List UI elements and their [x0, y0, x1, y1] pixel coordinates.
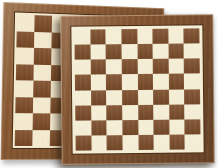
square-b6 [33, 48, 50, 65]
square-e8 [137, 29, 153, 44]
square-b4 [33, 81, 50, 98]
square-a5 [16, 64, 34, 81]
square-h5 [184, 74, 200, 89]
square-a7 [16, 31, 34, 48]
square-g8 [168, 29, 184, 44]
square-b5 [90, 75, 106, 90]
square-d1 [122, 135, 138, 150]
square-d5 [122, 74, 138, 89]
square-c6 [106, 59, 122, 74]
square-d3 [122, 105, 138, 120]
square-b1 [91, 135, 107, 150]
square-a5 [75, 75, 91, 90]
square-g3 [169, 104, 185, 119]
square-a6 [75, 60, 91, 75]
square-a8 [17, 15, 35, 32]
square-a1 [15, 130, 33, 146]
square-d7 [121, 44, 137, 59]
square-b8 [34, 15, 51, 32]
square-b3 [91, 105, 107, 120]
square-a1 [75, 135, 91, 150]
square-e5 [137, 74, 153, 89]
square-f3 [153, 104, 169, 119]
front-board-grid [74, 28, 200, 150]
square-b1 [32, 130, 49, 146]
square-a3 [75, 105, 91, 120]
square-c7 [106, 44, 122, 59]
square-a2 [75, 120, 91, 135]
square-f1 [154, 135, 170, 150]
square-b7 [90, 44, 106, 59]
square-b8 [90, 29, 106, 44]
square-b7 [34, 31, 51, 48]
square-b5 [33, 64, 50, 81]
square-h7 [184, 43, 200, 58]
square-h4 [184, 89, 200, 104]
square-b3 [33, 97, 50, 114]
square-e6 [137, 59, 153, 74]
square-b2 [32, 113, 49, 129]
square-h1 [185, 134, 201, 149]
square-h8 [184, 28, 200, 43]
front-chess-board [60, 14, 215, 165]
square-b2 [91, 120, 107, 135]
front-board-margin [70, 24, 204, 154]
square-g5 [169, 74, 185, 89]
chess-boards-product-photo [0, 0, 218, 168]
square-e3 [138, 104, 154, 119]
square-f7 [153, 44, 169, 59]
square-f4 [153, 89, 169, 104]
square-e4 [138, 89, 154, 104]
square-f8 [152, 29, 168, 44]
square-d6 [122, 59, 138, 74]
square-f2 [153, 119, 169, 134]
square-c8 [106, 29, 122, 44]
square-g4 [169, 89, 185, 104]
square-e2 [138, 120, 154, 135]
square-b6 [90, 60, 106, 75]
square-d2 [122, 120, 138, 135]
square-e7 [137, 44, 153, 59]
square-f6 [153, 59, 169, 74]
square-a3 [15, 97, 33, 114]
square-c1 [107, 135, 123, 150]
square-e1 [138, 135, 154, 150]
square-a6 [16, 47, 34, 64]
square-h6 [184, 59, 200, 74]
square-h3 [185, 104, 201, 119]
square-d8 [121, 29, 137, 44]
square-a8 [74, 29, 90, 44]
square-b4 [91, 90, 107, 105]
square-a4 [75, 90, 91, 105]
square-a2 [15, 113, 33, 130]
square-g2 [169, 119, 185, 134]
square-c3 [106, 105, 122, 120]
square-c4 [106, 90, 122, 105]
square-g7 [168, 44, 184, 59]
square-a7 [75, 45, 91, 60]
square-c5 [106, 75, 122, 90]
square-f5 [153, 74, 169, 89]
square-d4 [122, 90, 138, 105]
square-g1 [169, 134, 185, 149]
square-c2 [107, 120, 123, 135]
square-a4 [16, 80, 34, 97]
square-g6 [168, 59, 184, 74]
square-h2 [185, 119, 201, 134]
